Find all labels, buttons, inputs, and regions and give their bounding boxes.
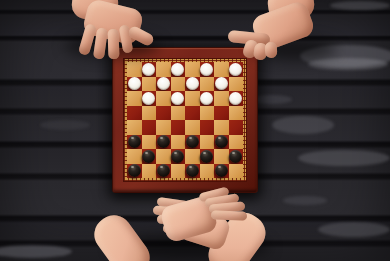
child-upper-finger bbox=[211, 210, 247, 220]
cell-c7[interactable] bbox=[156, 77, 171, 92]
cell-a7[interactable] bbox=[127, 77, 142, 92]
cell-h2[interactable] bbox=[229, 149, 244, 164]
cell-g2[interactable] bbox=[214, 149, 229, 164]
black-checker-piece[interactable] bbox=[142, 150, 155, 163]
white-checker-piece[interactable] bbox=[171, 63, 184, 76]
cell-h6[interactable] bbox=[229, 91, 244, 106]
board-gold-trim bbox=[123, 58, 247, 182]
cell-f4[interactable] bbox=[200, 120, 215, 135]
black-checker-piece[interactable] bbox=[157, 164, 170, 177]
cell-c4[interactable] bbox=[156, 120, 171, 135]
black-checker-piece[interactable] bbox=[128, 164, 141, 177]
cell-e4[interactable] bbox=[185, 120, 200, 135]
white-checker-piece[interactable] bbox=[215, 77, 228, 90]
wood-grain bbox=[0, 245, 72, 258]
wood-grain bbox=[298, 150, 390, 166]
photo-scene bbox=[0, 0, 390, 261]
cell-g6[interactable] bbox=[214, 91, 229, 106]
cell-d3[interactable] bbox=[171, 135, 186, 150]
cell-h1[interactable] bbox=[229, 164, 244, 179]
cell-d4[interactable] bbox=[171, 120, 186, 135]
cell-c1[interactable] bbox=[156, 164, 171, 179]
white-checker-piece[interactable] bbox=[200, 92, 213, 105]
cell-h5[interactable] bbox=[229, 106, 244, 121]
adult-right-finger bbox=[264, 42, 277, 59]
adult-left-hand bbox=[50, 0, 172, 70]
cell-h3[interactable] bbox=[229, 135, 244, 150]
black-checker-piece[interactable] bbox=[215, 164, 228, 177]
black-checker-piece[interactable] bbox=[229, 150, 242, 163]
cell-f3[interactable] bbox=[200, 135, 215, 150]
cell-d8[interactable] bbox=[171, 62, 186, 77]
black-checker-piece[interactable] bbox=[186, 135, 199, 148]
white-checker-piece[interactable] bbox=[128, 77, 141, 90]
cell-b7[interactable] bbox=[142, 77, 157, 92]
cell-c2[interactable] bbox=[156, 149, 171, 164]
cell-b5[interactable] bbox=[142, 106, 157, 121]
cell-d2[interactable] bbox=[171, 149, 186, 164]
cell-d6[interactable] bbox=[171, 91, 186, 106]
cell-c5[interactable] bbox=[156, 106, 171, 121]
cell-d5[interactable] bbox=[171, 106, 186, 121]
cell-a6[interactable] bbox=[127, 91, 142, 106]
cell-e8[interactable] bbox=[185, 62, 200, 77]
wood-grain bbox=[272, 116, 334, 134]
cell-a4[interactable] bbox=[127, 120, 142, 135]
cell-f1[interactable] bbox=[200, 164, 215, 179]
cell-c3[interactable] bbox=[156, 135, 171, 150]
cell-g4[interactable] bbox=[214, 120, 229, 135]
cell-b3[interactable] bbox=[142, 135, 157, 150]
adult-left-finger bbox=[107, 29, 119, 59]
cell-f7[interactable] bbox=[200, 77, 215, 92]
black-checker-piece[interactable] bbox=[215, 135, 228, 148]
cell-a2[interactable] bbox=[127, 149, 142, 164]
cell-c6[interactable] bbox=[156, 91, 171, 106]
cell-f5[interactable] bbox=[200, 106, 215, 121]
cell-h4[interactable] bbox=[229, 120, 244, 135]
cell-e1[interactable] bbox=[185, 164, 200, 179]
cell-a3[interactable] bbox=[127, 135, 142, 150]
cell-g7[interactable] bbox=[214, 77, 229, 92]
cell-e7[interactable] bbox=[185, 77, 200, 92]
cell-b1[interactable] bbox=[142, 164, 157, 179]
white-checker-piece[interactable] bbox=[157, 77, 170, 90]
child-crossed-hands bbox=[85, 183, 305, 261]
cell-e3[interactable] bbox=[185, 135, 200, 150]
black-checker-piece[interactable] bbox=[128, 135, 141, 148]
cell-h7[interactable] bbox=[229, 77, 244, 92]
black-checker-piece[interactable] bbox=[171, 150, 184, 163]
cell-d7[interactable] bbox=[171, 77, 186, 92]
cell-a5[interactable] bbox=[127, 106, 142, 121]
wood-grain bbox=[318, 222, 390, 237]
black-checker-piece[interactable] bbox=[157, 135, 170, 148]
cell-f2[interactable] bbox=[200, 149, 215, 164]
cell-a1[interactable] bbox=[127, 164, 142, 179]
black-checker-piece[interactable] bbox=[200, 150, 213, 163]
cell-g1[interactable] bbox=[214, 164, 229, 179]
cell-b4[interactable] bbox=[142, 120, 157, 135]
cell-b6[interactable] bbox=[142, 91, 157, 106]
board-grid bbox=[127, 62, 243, 178]
cell-e6[interactable] bbox=[185, 91, 200, 106]
cell-f6[interactable] bbox=[200, 91, 215, 106]
white-checker-piece[interactable] bbox=[142, 92, 155, 105]
cell-g3[interactable] bbox=[214, 135, 229, 150]
white-checker-piece[interactable] bbox=[186, 77, 199, 90]
black-checker-piece[interactable] bbox=[186, 164, 199, 177]
adult-right-hand bbox=[212, 0, 342, 70]
child-left-forearm bbox=[87, 208, 157, 261]
white-checker-piece[interactable] bbox=[171, 92, 184, 105]
cell-e5[interactable] bbox=[185, 106, 200, 121]
cell-b2[interactable] bbox=[142, 149, 157, 164]
white-checker-piece[interactable] bbox=[229, 92, 242, 105]
cell-d1[interactable] bbox=[171, 164, 186, 179]
cell-e2[interactable] bbox=[185, 149, 200, 164]
cell-g5[interactable] bbox=[214, 106, 229, 121]
wood-grain bbox=[40, 120, 90, 130]
